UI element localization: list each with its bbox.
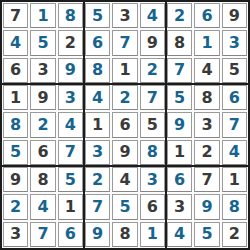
cell-r4c8[interactable]: 8	[194, 85, 219, 110]
cell-r8c8[interactable]: 9	[194, 194, 219, 219]
cell-r1c2[interactable]: 1	[30, 3, 55, 28]
cell-r8c4[interactable]: 7	[85, 194, 110, 219]
cell-r6c7[interactable]: 1	[167, 140, 192, 165]
cell-r3c5[interactable]: 1	[112, 58, 137, 83]
cell-r9c1[interactable]: 3	[3, 222, 28, 247]
cell-r9c7[interactable]: 4	[167, 222, 192, 247]
cell-r5c2[interactable]: 2	[30, 112, 55, 137]
cell-r4c5[interactable]: 2	[112, 85, 137, 110]
cell-r9c3[interactable]: 6	[58, 222, 83, 247]
cell-r2c4[interactable]: 6	[85, 30, 110, 55]
cell-r6c1[interactable]: 5	[3, 140, 28, 165]
cell-r1c1[interactable]: 7	[3, 3, 28, 28]
cell-r1c5[interactable]: 3	[112, 3, 137, 28]
cell-r9c4[interactable]: 9	[85, 222, 110, 247]
cell-r6c9[interactable]: 4	[222, 140, 247, 165]
sudoku-board: 7185342694526798136398127451934275868241…	[0, 0, 250, 250]
cell-r5c6[interactable]: 5	[140, 112, 165, 137]
cell-r2c6[interactable]: 9	[140, 30, 165, 55]
cell-r6c2[interactable]: 6	[30, 140, 55, 165]
cell-r9c5[interactable]: 8	[112, 222, 137, 247]
cell-r5c1[interactable]: 8	[3, 112, 28, 137]
cell-r4c2[interactable]: 9	[30, 85, 55, 110]
cell-r7c2[interactable]: 8	[30, 167, 55, 192]
cell-r2c2[interactable]: 5	[30, 30, 55, 55]
cell-r7c6[interactable]: 3	[140, 167, 165, 192]
cell-r2c9[interactable]: 3	[222, 30, 247, 55]
cell-r5c7[interactable]: 9	[167, 112, 192, 137]
cell-r3c2[interactable]: 3	[30, 58, 55, 83]
cell-r2c1[interactable]: 4	[3, 30, 28, 55]
cell-r8c2[interactable]: 4	[30, 194, 55, 219]
cell-r1c9[interactable]: 9	[222, 3, 247, 28]
cell-r9c8[interactable]: 5	[194, 222, 219, 247]
cell-r8c5[interactable]: 5	[112, 194, 137, 219]
cell-r8c1[interactable]: 2	[3, 194, 28, 219]
cell-r1c6[interactable]: 4	[140, 3, 165, 28]
cell-r9c2[interactable]: 7	[30, 222, 55, 247]
cell-r4c1[interactable]: 1	[3, 85, 28, 110]
cell-r2c5[interactable]: 7	[112, 30, 137, 55]
cell-r9c6[interactable]: 1	[140, 222, 165, 247]
cell-r4c7[interactable]: 5	[167, 85, 192, 110]
cell-r6c8[interactable]: 2	[194, 140, 219, 165]
cell-r8c7[interactable]: 3	[167, 194, 192, 219]
cell-r1c8[interactable]: 6	[194, 3, 219, 28]
cell-r5c5[interactable]: 6	[112, 112, 137, 137]
cell-r4c3[interactable]: 3	[58, 85, 83, 110]
cell-r6c3[interactable]: 7	[58, 140, 83, 165]
cell-r7c9[interactable]: 1	[222, 167, 247, 192]
cell-r7c8[interactable]: 7	[194, 167, 219, 192]
cell-r5c9[interactable]: 7	[222, 112, 247, 137]
cell-r7c7[interactable]: 6	[167, 167, 192, 192]
cell-r3c3[interactable]: 9	[58, 58, 83, 83]
cell-r6c4[interactable]: 3	[85, 140, 110, 165]
cell-r1c4[interactable]: 5	[85, 3, 110, 28]
cell-r2c7[interactable]: 8	[167, 30, 192, 55]
cell-r6c6[interactable]: 8	[140, 140, 165, 165]
cell-r5c4[interactable]: 1	[85, 112, 110, 137]
cell-r1c3[interactable]: 8	[58, 3, 83, 28]
cell-r8c9[interactable]: 8	[222, 194, 247, 219]
cell-r8c3[interactable]: 1	[58, 194, 83, 219]
cell-r5c3[interactable]: 4	[58, 112, 83, 137]
cell-r1c7[interactable]: 2	[167, 3, 192, 28]
cell-r3c7[interactable]: 7	[167, 58, 192, 83]
cell-r2c3[interactable]: 2	[58, 30, 83, 55]
cell-r9c9[interactable]: 2	[222, 222, 247, 247]
cell-r8c6[interactable]: 6	[140, 194, 165, 219]
cell-r7c5[interactable]: 4	[112, 167, 137, 192]
cell-r5c8[interactable]: 3	[194, 112, 219, 137]
cell-r3c6[interactable]: 2	[140, 58, 165, 83]
cell-r4c9[interactable]: 6	[222, 85, 247, 110]
cell-r3c4[interactable]: 8	[85, 58, 110, 83]
cell-r7c3[interactable]: 5	[58, 167, 83, 192]
cell-r6c5[interactable]: 9	[112, 140, 137, 165]
cell-r4c6[interactable]: 7	[140, 85, 165, 110]
cell-r3c8[interactable]: 4	[194, 58, 219, 83]
cell-r4c4[interactable]: 4	[85, 85, 110, 110]
cell-r3c1[interactable]: 6	[3, 58, 28, 83]
cell-r3c9[interactable]: 5	[222, 58, 247, 83]
cell-r2c8[interactable]: 1	[194, 30, 219, 55]
cell-r7c1[interactable]: 9	[3, 167, 28, 192]
cell-r7c4[interactable]: 2	[85, 167, 110, 192]
